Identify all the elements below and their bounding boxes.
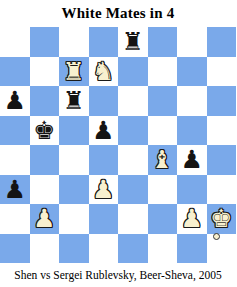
square-e1 xyxy=(118,234,148,264)
square-f1 xyxy=(148,234,178,264)
square-b4 xyxy=(30,145,60,175)
square-a7 xyxy=(0,57,30,87)
square-b1 xyxy=(30,234,60,264)
square-d2 xyxy=(89,204,119,234)
page-title: White Mates in 4 xyxy=(0,0,236,27)
square-c2 xyxy=(59,204,89,234)
square-g2: ♟ xyxy=(177,204,207,234)
square-f5 xyxy=(148,116,178,146)
square-b2: ♟ xyxy=(30,204,60,234)
square-d5: ♟ xyxy=(89,116,119,146)
square-g6 xyxy=(177,86,207,116)
square-c5 xyxy=(59,116,89,146)
chess-board: ♜♜♞♟♜♚♟♝♟♟♟♟♟♚ xyxy=(0,27,236,263)
square-d8 xyxy=(89,27,119,57)
square-a4 xyxy=(0,145,30,175)
square-f3 xyxy=(148,175,178,205)
square-h2: ♚ xyxy=(207,204,237,234)
square-e2 xyxy=(118,204,148,234)
square-e4 xyxy=(118,145,148,175)
square-a8 xyxy=(0,27,30,57)
square-b6 xyxy=(30,86,60,116)
square-g1 xyxy=(177,234,207,264)
square-g8 xyxy=(177,27,207,57)
square-f7 xyxy=(148,57,178,87)
square-f8 xyxy=(148,27,178,57)
black-king: ♚ xyxy=(33,116,55,145)
square-h4 xyxy=(207,145,237,175)
square-h8 xyxy=(207,27,237,57)
square-a6: ♟ xyxy=(0,86,30,116)
square-g7 xyxy=(177,57,207,87)
square-a5 xyxy=(0,116,30,146)
white-knight: ♞ xyxy=(92,57,114,86)
black-pawn: ♟ xyxy=(4,175,26,204)
black-pawn: ♟ xyxy=(92,116,114,145)
square-f6 xyxy=(148,86,178,116)
black-pawn: ♟ xyxy=(181,145,203,174)
square-d6 xyxy=(89,86,119,116)
square-e8: ♜ xyxy=(118,27,148,57)
square-d3: ♟ xyxy=(89,175,119,205)
square-c3 xyxy=(59,175,89,205)
square-h6 xyxy=(207,86,237,116)
square-e5 xyxy=(118,116,148,146)
white-pawn: ♟ xyxy=(33,204,55,233)
square-c6: ♜ xyxy=(59,86,89,116)
square-h5 xyxy=(207,116,237,146)
square-g3 xyxy=(177,175,207,205)
square-a1 xyxy=(0,234,30,264)
black-rook: ♜ xyxy=(63,86,85,115)
square-h1 xyxy=(207,234,237,264)
square-g4: ♟ xyxy=(177,145,207,175)
game-caption: Shen vs Sergei Rublevsky, Beer-Sheva, 20… xyxy=(0,263,236,287)
square-c7: ♜ xyxy=(59,57,89,87)
white-pawn: ♟ xyxy=(181,204,203,233)
square-e6 xyxy=(118,86,148,116)
square-f4: ♝ xyxy=(148,145,178,175)
square-e7 xyxy=(118,57,148,87)
square-c8 xyxy=(59,27,89,57)
square-b7 xyxy=(30,57,60,87)
square-f2 xyxy=(148,204,178,234)
black-rook: ♜ xyxy=(122,27,144,56)
square-c1 xyxy=(59,234,89,264)
white-king: ♚ xyxy=(210,204,232,233)
square-a3: ♟ xyxy=(0,175,30,205)
square-d7: ♞ xyxy=(89,57,119,87)
black-pawn: ♟ xyxy=(4,86,26,115)
square-b5: ♚ xyxy=(30,116,60,146)
white-pawn: ♟ xyxy=(92,175,114,204)
square-e3 xyxy=(118,175,148,205)
square-c4 xyxy=(59,145,89,175)
white-bishop: ♝ xyxy=(151,145,173,174)
square-b3 xyxy=(30,175,60,205)
white-to-move-indicator xyxy=(213,233,220,240)
white-rook: ♜ xyxy=(63,57,85,86)
square-a2 xyxy=(0,204,30,234)
square-h7 xyxy=(207,57,237,87)
square-d4 xyxy=(89,145,119,175)
square-b8 xyxy=(30,27,60,57)
square-g5 xyxy=(177,116,207,146)
square-h3 xyxy=(207,175,237,205)
square-d1 xyxy=(89,234,119,264)
